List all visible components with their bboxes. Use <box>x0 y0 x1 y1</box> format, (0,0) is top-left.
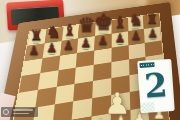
black-pawn-e7: ♟ <box>97 35 108 47</box>
black-bishop-c8: ♝ <box>63 21 78 38</box>
square-e5 <box>93 62 111 81</box>
tournament-photo: ♜♞♝♛♚♝♞♜♟♟♟♟♟♟♟♟♟♟♟♟♟♟♟♟♜♞♝♛♚♝♞♜ 2 ♟ <box>0 0 180 120</box>
black-knight-g8: ♞ <box>129 12 144 28</box>
black-pawn-f7: ♟ <box>114 32 125 44</box>
square-e7: ♟ <box>94 33 111 50</box>
square-d4 <box>73 81 93 101</box>
square-d2: ♟ <box>70 116 91 120</box>
black-knight-b8: ♞ <box>46 24 61 41</box>
black-queen-d8: ♛ <box>78 15 96 35</box>
black-pawn-a7: ♟ <box>28 45 39 57</box>
black-rook-h8: ♜ <box>146 13 158 26</box>
watermark-logo <box>1 107 38 117</box>
black-bishop-f8: ♝ <box>112 14 127 30</box>
black-pawn-g7: ♟ <box>131 30 142 42</box>
square-c3 <box>52 101 73 120</box>
table-number: 2 <box>138 65 175 106</box>
black-pawn-h7: ♟ <box>148 28 159 40</box>
table-number-card: 2 <box>137 59 175 113</box>
black-pawn-c7: ♟ <box>63 40 74 52</box>
spare-white-pawn: ♟ <box>104 89 131 119</box>
card-checker-pattern <box>141 102 155 112</box>
watermark-emblem-icon <box>3 109 9 115</box>
black-king-e8: ♚ <box>94 11 114 33</box>
square-c5 <box>56 68 76 87</box>
watermark-text-line <box>13 113 29 115</box>
square-a6 <box>22 58 43 76</box>
square-c4 <box>54 84 74 104</box>
black-pawn-b7: ♟ <box>46 42 57 54</box>
watermark-text-line <box>13 109 33 111</box>
black-pawn-d7: ♟ <box>80 37 91 49</box>
black-rook-a8: ♜ <box>30 29 42 43</box>
